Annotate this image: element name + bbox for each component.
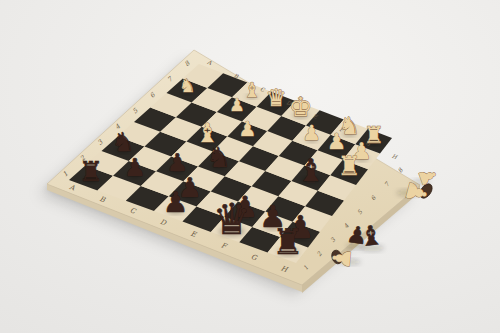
piece-dark-rook-a1[interactable]: ♜ — [79, 156, 103, 187]
piece-light-king-e8[interactable]: ♚ — [289, 91, 313, 122]
offboard-dark-bishop[interactable]: ♝ — [357, 219, 384, 252]
piece-dark-pawn-b2[interactable]: ♟ — [124, 153, 146, 182]
piece-light-pawn-d6[interactable]: ♟ — [238, 117, 256, 141]
offboard-light-pawn[interactable]: ♟ — [327, 246, 357, 270]
piece-dark-knight-d4[interactable]: ♞ — [206, 141, 231, 174]
chess-photo-scene: ABCDEFGH12345678ABCDEFGH12345678♞♝♛♟♚♞♟♟… — [0, 0, 500, 333]
piece-light-pawn-c7[interactable]: ♟ — [229, 95, 245, 115]
piece-light-pawn-f7[interactable]: ♟ — [302, 121, 321, 145]
piece-dark-pawn-d1[interactable]: ♟ — [163, 185, 189, 219]
piece-light-knight-a7[interactable]: ♞ — [179, 75, 196, 96]
piece-dark-rook-h1[interactable]: ♜ — [272, 221, 304, 262]
piece-light-bishop-c8[interactable]: ♝ — [243, 78, 261, 102]
chessboard-photo: ABCDEFGH12345678ABCDEFGH12345678♞♝♛♟♚♞♟♟… — [0, 0, 500, 333]
piece-dark-bishop-g5[interactable]: ♝ — [297, 152, 325, 188]
piece-light-queen-d8[interactable]: ♛ — [266, 84, 287, 112]
piece-light-rook-h6[interactable]: ♜ — [337, 150, 361, 181]
piece-dark-queen-f1[interactable]: ♛ — [213, 194, 251, 244]
